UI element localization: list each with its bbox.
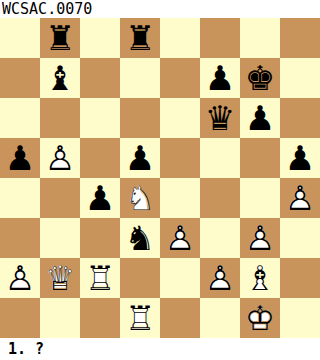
square-d2[interactable] [120,258,160,298]
square-a1[interactable] [0,298,40,338]
square-b2[interactable]: ♛♕ [40,258,80,298]
square-g4[interactable] [240,178,280,218]
square-h1[interactable] [280,298,320,338]
square-h2[interactable] [280,258,320,298]
square-d4[interactable]: ♞♘ [120,178,160,218]
square-b6[interactable] [40,98,80,138]
white-pawn-piece: ♟♙ [240,218,280,258]
square-f6[interactable]: ♛ [200,98,240,138]
black-pawn-piece: ♟ [200,58,240,98]
square-g7[interactable]: ♚ [240,58,280,98]
square-a5[interactable]: ♟ [0,138,40,178]
chess-diagram-window: WCSAC.0070 ♜♜♝♟♚♛♟♟♟♙♟♟♟♞♘♟♙♞♟♙♟♙♟♙♛♕♜♖♟… [0,0,320,360]
black-knight-piece: ♞ [120,218,160,258]
square-f5[interactable] [200,138,240,178]
square-d5[interactable]: ♟ [120,138,160,178]
square-b7[interactable]: ♝ [40,58,80,98]
square-e5[interactable] [160,138,200,178]
square-h3[interactable] [280,218,320,258]
white-pawn-piece: ♟♙ [200,258,240,298]
square-e1[interactable] [160,298,200,338]
black-pawn-piece: ♟ [240,98,280,138]
square-h8[interactable] [280,18,320,58]
square-c5[interactable] [80,138,120,178]
square-f3[interactable] [200,218,240,258]
black-pawn-piece: ♟ [80,178,120,218]
black-bishop-piece: ♝ [40,58,80,98]
square-e2[interactable] [160,258,200,298]
square-c7[interactable] [80,58,120,98]
square-a8[interactable] [0,18,40,58]
chess-board: ♜♜♝♟♚♛♟♟♟♙♟♟♟♞♘♟♙♞♟♙♟♙♟♙♛♕♜♖♟♙♝♗♜♖♚♔ [0,18,320,338]
square-d3[interactable]: ♞ [120,218,160,258]
square-b1[interactable] [40,298,80,338]
square-h5[interactable]: ♟ [280,138,320,178]
white-rook-piece: ♜♖ [80,258,120,298]
square-b8[interactable]: ♜ [40,18,80,58]
square-a2[interactable]: ♟♙ [0,258,40,298]
square-c3[interactable] [80,218,120,258]
square-a7[interactable] [0,58,40,98]
square-g8[interactable] [240,18,280,58]
square-e8[interactable] [160,18,200,58]
square-d1[interactable]: ♜♖ [120,298,160,338]
move-prompt: 1. ? [0,338,320,360]
square-c4[interactable]: ♟ [80,178,120,218]
white-pawn-piece: ♟♙ [40,138,80,178]
square-e3[interactable]: ♟♙ [160,218,200,258]
diagram-title: WCSAC.0070 [0,0,320,18]
square-h4[interactable]: ♟♙ [280,178,320,218]
square-a4[interactable] [0,178,40,218]
square-c8[interactable] [80,18,120,58]
square-e6[interactable] [160,98,200,138]
black-king-piece: ♚ [240,58,280,98]
square-e4[interactable] [160,178,200,218]
square-d6[interactable] [120,98,160,138]
white-pawn-piece: ♟♙ [0,258,40,298]
square-f1[interactable] [200,298,240,338]
black-rook-piece: ♜ [40,18,80,58]
white-bishop-piece: ♝♗ [240,258,280,298]
black-queen-piece: ♛ [200,98,240,138]
black-pawn-piece: ♟ [280,138,320,178]
black-rook-piece: ♜ [120,18,160,58]
square-d8[interactable]: ♜ [120,18,160,58]
square-g3[interactable]: ♟♙ [240,218,280,258]
square-a3[interactable] [0,218,40,258]
white-pawn-piece: ♟♙ [280,178,320,218]
square-h6[interactable] [280,98,320,138]
square-b4[interactable] [40,178,80,218]
square-c6[interactable] [80,98,120,138]
square-g6[interactable]: ♟ [240,98,280,138]
white-knight-piece: ♞♘ [120,178,160,218]
square-e7[interactable] [160,58,200,98]
square-g1[interactable]: ♚♔ [240,298,280,338]
square-g5[interactable] [240,138,280,178]
square-b3[interactable] [40,218,80,258]
black-pawn-piece: ♟ [120,138,160,178]
square-h7[interactable] [280,58,320,98]
white-pawn-piece: ♟♙ [160,218,200,258]
square-c2[interactable]: ♜♖ [80,258,120,298]
black-pawn-piece: ♟ [0,138,40,178]
white-rook-piece: ♜♖ [120,298,160,338]
square-f8[interactable] [200,18,240,58]
square-f2[interactable]: ♟♙ [200,258,240,298]
square-f7[interactable]: ♟ [200,58,240,98]
square-c1[interactable] [80,298,120,338]
square-a6[interactable] [0,98,40,138]
square-d7[interactable] [120,58,160,98]
square-g2[interactable]: ♝♗ [240,258,280,298]
white-king-piece: ♚♔ [240,298,280,338]
square-b5[interactable]: ♟♙ [40,138,80,178]
square-f4[interactable] [200,178,240,218]
white-queen-piece: ♛♕ [40,258,80,298]
